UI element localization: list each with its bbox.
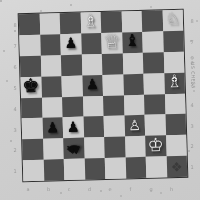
square-b3[interactable]: ♟ [42,118,63,139]
file-label-b: b [45,186,53,192]
square-f3[interactable]: ♙ [124,115,145,136]
black-pawn-c3[interactable]: ♟ [67,119,80,133]
black-pawn-d5[interactable]: ♟ [86,77,99,91]
fallen-black-knight-c2[interactable]: ♞ [63,139,83,159]
square-c4[interactable] [62,96,83,117]
square-e3[interactable] [104,116,125,137]
square-a7[interactable] [19,35,40,56]
square-f1[interactable] [125,157,146,178]
white-knight-h8[interactable]: ♘ [165,11,180,27]
square-b5[interactable] [41,76,62,97]
black-pawn-b3[interactable]: ♟ [46,120,59,134]
file-label-e: e [106,186,114,192]
white-queen-e7[interactable]: ♕ [103,32,121,51]
white-king-g2[interactable]: ♔ [147,136,164,154]
rank-label-left-7: 7 [12,43,18,49]
square-a5[interactable]: ♚ [20,76,41,97]
chessboard-photo: { "game": "chess", "scene": "overhead gr… [0,0,200,200]
square-h4[interactable] [164,93,185,114]
square-c2[interactable]: ♞ [63,138,84,159]
rank-label-right-6: 6 [189,60,195,66]
square-g2[interactable]: ♔ [145,136,166,157]
square-b8[interactable] [39,13,60,34]
white-pawn-f3[interactable]: ♙ [128,118,141,132]
file-label-a: a [24,186,32,192]
chess-board: ♗♘♟♕♝♚♟♗♟♟♙♞♔❖ [19,10,188,182]
white-bishop-d8[interactable]: ♗ [83,13,99,30]
file-label-f: f [127,186,135,192]
square-d3[interactable] [83,116,104,137]
square-b2[interactable] [43,138,64,159]
board-crest-icon: ❖ [171,160,183,173]
square-h2[interactable] [166,135,187,156]
square-a3[interactable] [22,118,43,139]
file-label-h: h [168,186,176,192]
square-c8[interactable] [60,13,81,34]
square-a1[interactable] [23,160,44,181]
square-d4[interactable] [83,96,104,117]
square-g7[interactable] [142,31,163,52]
file-label-d: d [86,186,94,192]
square-d5[interactable]: ♟ [82,75,103,96]
square-f4[interactable] [123,94,144,115]
square-d2[interactable] [84,137,105,158]
dust-speckles [0,0,2,2]
square-e2[interactable] [104,137,125,158]
square-d1[interactable] [84,158,105,179]
square-h7[interactable] [163,31,184,52]
black-king-a5[interactable]: ♚ [22,76,40,95]
rank-label-left-3: 3 [12,127,18,133]
square-b7[interactable] [40,34,61,55]
square-f7[interactable]: ♝ [122,32,143,53]
rank-label-right-2: 2 [189,143,195,149]
file-label-g: g [147,186,155,192]
square-e5[interactable] [102,74,123,95]
rank-label-right-8: 8 [189,18,195,24]
square-g8[interactable] [142,10,163,31]
rank-label-right-5: 5 [189,81,195,87]
square-c7[interactable]: ♟ [60,33,81,54]
rank-label-right-3: 3 [189,123,195,129]
square-e4[interactable] [103,95,124,116]
square-b6[interactable] [40,55,61,76]
file-label-c: c [65,186,73,192]
square-h5[interactable]: ♗ [164,72,185,93]
square-c6[interactable] [61,54,82,75]
rank-label-left-4: 4 [12,106,18,112]
rank-label-left-1: 1 [12,168,18,174]
square-e1[interactable] [105,158,126,179]
square-d8[interactable]: ♗ [80,12,101,33]
square-c1[interactable] [64,159,85,180]
square-d6[interactable] [81,54,102,75]
square-h1[interactable]: ❖ [166,156,187,177]
square-e7[interactable]: ♕ [101,32,122,53]
square-g4[interactable] [144,94,165,115]
square-b4[interactable] [42,97,63,118]
rank-label-left-8: 8 [12,22,18,28]
rank-label-right-7: 7 [189,39,195,45]
black-bishop-f7[interactable]: ♝ [125,33,140,49]
square-c3[interactable]: ♟ [63,117,84,138]
square-h3[interactable] [165,114,186,135]
rank-label-left-6: 6 [12,64,18,70]
square-g5[interactable] [143,73,164,94]
rank-label-left-2: 2 [12,147,18,153]
rank-label-left-5: 5 [12,85,18,91]
black-pawn-c7[interactable]: ♟ [64,36,77,50]
rank-label-right-4: 4 [189,102,195,108]
square-f5[interactable] [123,73,144,94]
square-f8[interactable] [121,11,142,32]
square-a2[interactable] [22,139,43,160]
rank-label-right-1: 1 [189,164,195,170]
square-g1[interactable] [146,156,167,177]
white-bishop-h5[interactable]: ♗ [167,73,183,90]
square-a8[interactable] [19,14,40,35]
square-a4[interactable] [21,97,42,118]
square-f2[interactable] [125,136,146,157]
square-e6[interactable] [102,53,123,74]
square-c5[interactable] [61,75,82,96]
square-d7[interactable] [81,33,102,54]
square-b1[interactable] [43,159,64,180]
square-h8[interactable]: ♘ [162,10,183,31]
brand-text: ⊘ US CHESS [135,56,195,68]
